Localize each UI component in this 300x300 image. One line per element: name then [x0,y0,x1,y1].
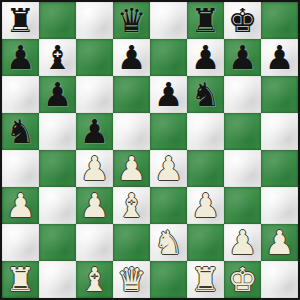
square-e2[interactable]: ♞ [150,224,187,261]
chess-board: ♜♛♜♚♟♝♟♟♟♟♟♟♞♞♟♟♟♟♟♟♝♟♞♟♟♜♝♛♜♚ [0,0,300,300]
square-g3[interactable] [224,187,261,224]
piece-black-pawn[interactable]: ♟ [191,39,221,76]
piece-black-queen[interactable]: ♛ [117,2,147,39]
piece-white-king[interactable]: ♚ [228,261,258,298]
piece-black-pawn[interactable]: ♟ [6,39,36,76]
square-d2[interactable] [113,224,150,261]
square-b4[interactable] [39,150,76,187]
square-b6[interactable]: ♟ [39,76,76,113]
square-f8[interactable]: ♜ [187,2,224,39]
square-b8[interactable] [39,2,76,39]
square-c4[interactable]: ♟ [76,150,113,187]
square-g2[interactable]: ♟ [224,224,261,261]
square-c8[interactable] [76,2,113,39]
piece-black-pawn[interactable]: ♟ [117,39,147,76]
square-h1[interactable] [261,261,298,298]
square-c7[interactable] [76,39,113,76]
square-d1[interactable]: ♛ [113,261,150,298]
square-e5[interactable] [150,113,187,150]
square-c3[interactable]: ♟ [76,187,113,224]
square-c5[interactable]: ♟ [76,113,113,150]
square-e6[interactable]: ♟ [150,76,187,113]
square-c1[interactable]: ♝ [76,261,113,298]
square-g4[interactable] [224,150,261,187]
square-h4[interactable] [261,150,298,187]
piece-white-rook[interactable]: ♜ [6,261,36,298]
chess-board-grid: ♜♛♜♚♟♝♟♟♟♟♟♟♞♞♟♟♟♟♟♟♝♟♞♟♟♜♝♛♜♚ [2,2,298,298]
piece-white-pawn[interactable]: ♟ [228,224,258,261]
piece-black-pawn[interactable]: ♟ [80,113,110,150]
piece-black-king[interactable]: ♚ [228,2,258,39]
square-h3[interactable] [261,187,298,224]
square-f4[interactable] [187,150,224,187]
square-a8[interactable]: ♜ [2,2,39,39]
square-g1[interactable]: ♚ [224,261,261,298]
square-g8[interactable]: ♚ [224,2,261,39]
piece-black-pawn[interactable]: ♟ [154,76,184,113]
piece-black-rook[interactable]: ♜ [191,2,221,39]
square-f7[interactable]: ♟ [187,39,224,76]
piece-white-pawn[interactable]: ♟ [80,150,110,187]
square-b5[interactable] [39,113,76,150]
square-a5[interactable]: ♞ [2,113,39,150]
piece-white-rook[interactable]: ♜ [191,261,221,298]
piece-white-pawn[interactable]: ♟ [117,150,147,187]
square-h6[interactable] [261,76,298,113]
square-b3[interactable] [39,187,76,224]
piece-white-pawn[interactable]: ♟ [265,224,295,261]
square-d6[interactable] [113,76,150,113]
square-d8[interactable]: ♛ [113,2,150,39]
piece-black-knight[interactable]: ♞ [191,76,221,113]
square-d7[interactable]: ♟ [113,39,150,76]
square-e7[interactable] [150,39,187,76]
piece-white-pawn[interactable]: ♟ [154,150,184,187]
piece-black-pawn[interactable]: ♟ [228,39,258,76]
piece-white-bishop[interactable]: ♝ [117,187,147,224]
square-a7[interactable]: ♟ [2,39,39,76]
square-a1[interactable]: ♜ [2,261,39,298]
piece-white-pawn[interactable]: ♟ [191,187,221,224]
piece-black-pawn[interactable]: ♟ [265,39,295,76]
piece-white-pawn[interactable]: ♟ [6,187,36,224]
square-g6[interactable] [224,76,261,113]
square-h2[interactable]: ♟ [261,224,298,261]
square-c6[interactable] [76,76,113,113]
square-g7[interactable]: ♟ [224,39,261,76]
piece-black-knight[interactable]: ♞ [6,113,36,150]
piece-black-rook[interactable]: ♜ [6,2,36,39]
square-d5[interactable] [113,113,150,150]
square-h8[interactable] [261,2,298,39]
piece-white-bishop[interactable]: ♝ [80,261,110,298]
square-b7[interactable]: ♝ [39,39,76,76]
square-b2[interactable] [39,224,76,261]
square-a6[interactable] [2,76,39,113]
square-e4[interactable]: ♟ [150,150,187,187]
piece-white-queen[interactable]: ♛ [117,261,147,298]
square-b1[interactable] [39,261,76,298]
piece-black-bishop[interactable]: ♝ [43,39,73,76]
piece-black-pawn[interactable]: ♟ [43,76,73,113]
square-g5[interactable] [224,113,261,150]
piece-white-pawn[interactable]: ♟ [80,187,110,224]
square-f6[interactable]: ♞ [187,76,224,113]
square-f1[interactable]: ♜ [187,261,224,298]
square-c2[interactable] [76,224,113,261]
square-d4[interactable]: ♟ [113,150,150,187]
square-h7[interactable]: ♟ [261,39,298,76]
piece-white-knight[interactable]: ♞ [154,224,184,261]
square-h5[interactable] [261,113,298,150]
square-e8[interactable] [150,2,187,39]
square-e1[interactable] [150,261,187,298]
square-f5[interactable] [187,113,224,150]
square-a3[interactable]: ♟ [2,187,39,224]
square-a4[interactable] [2,150,39,187]
square-e3[interactable] [150,187,187,224]
square-f3[interactable]: ♟ [187,187,224,224]
square-a2[interactable] [2,224,39,261]
square-f2[interactable] [187,224,224,261]
square-d3[interactable]: ♝ [113,187,150,224]
